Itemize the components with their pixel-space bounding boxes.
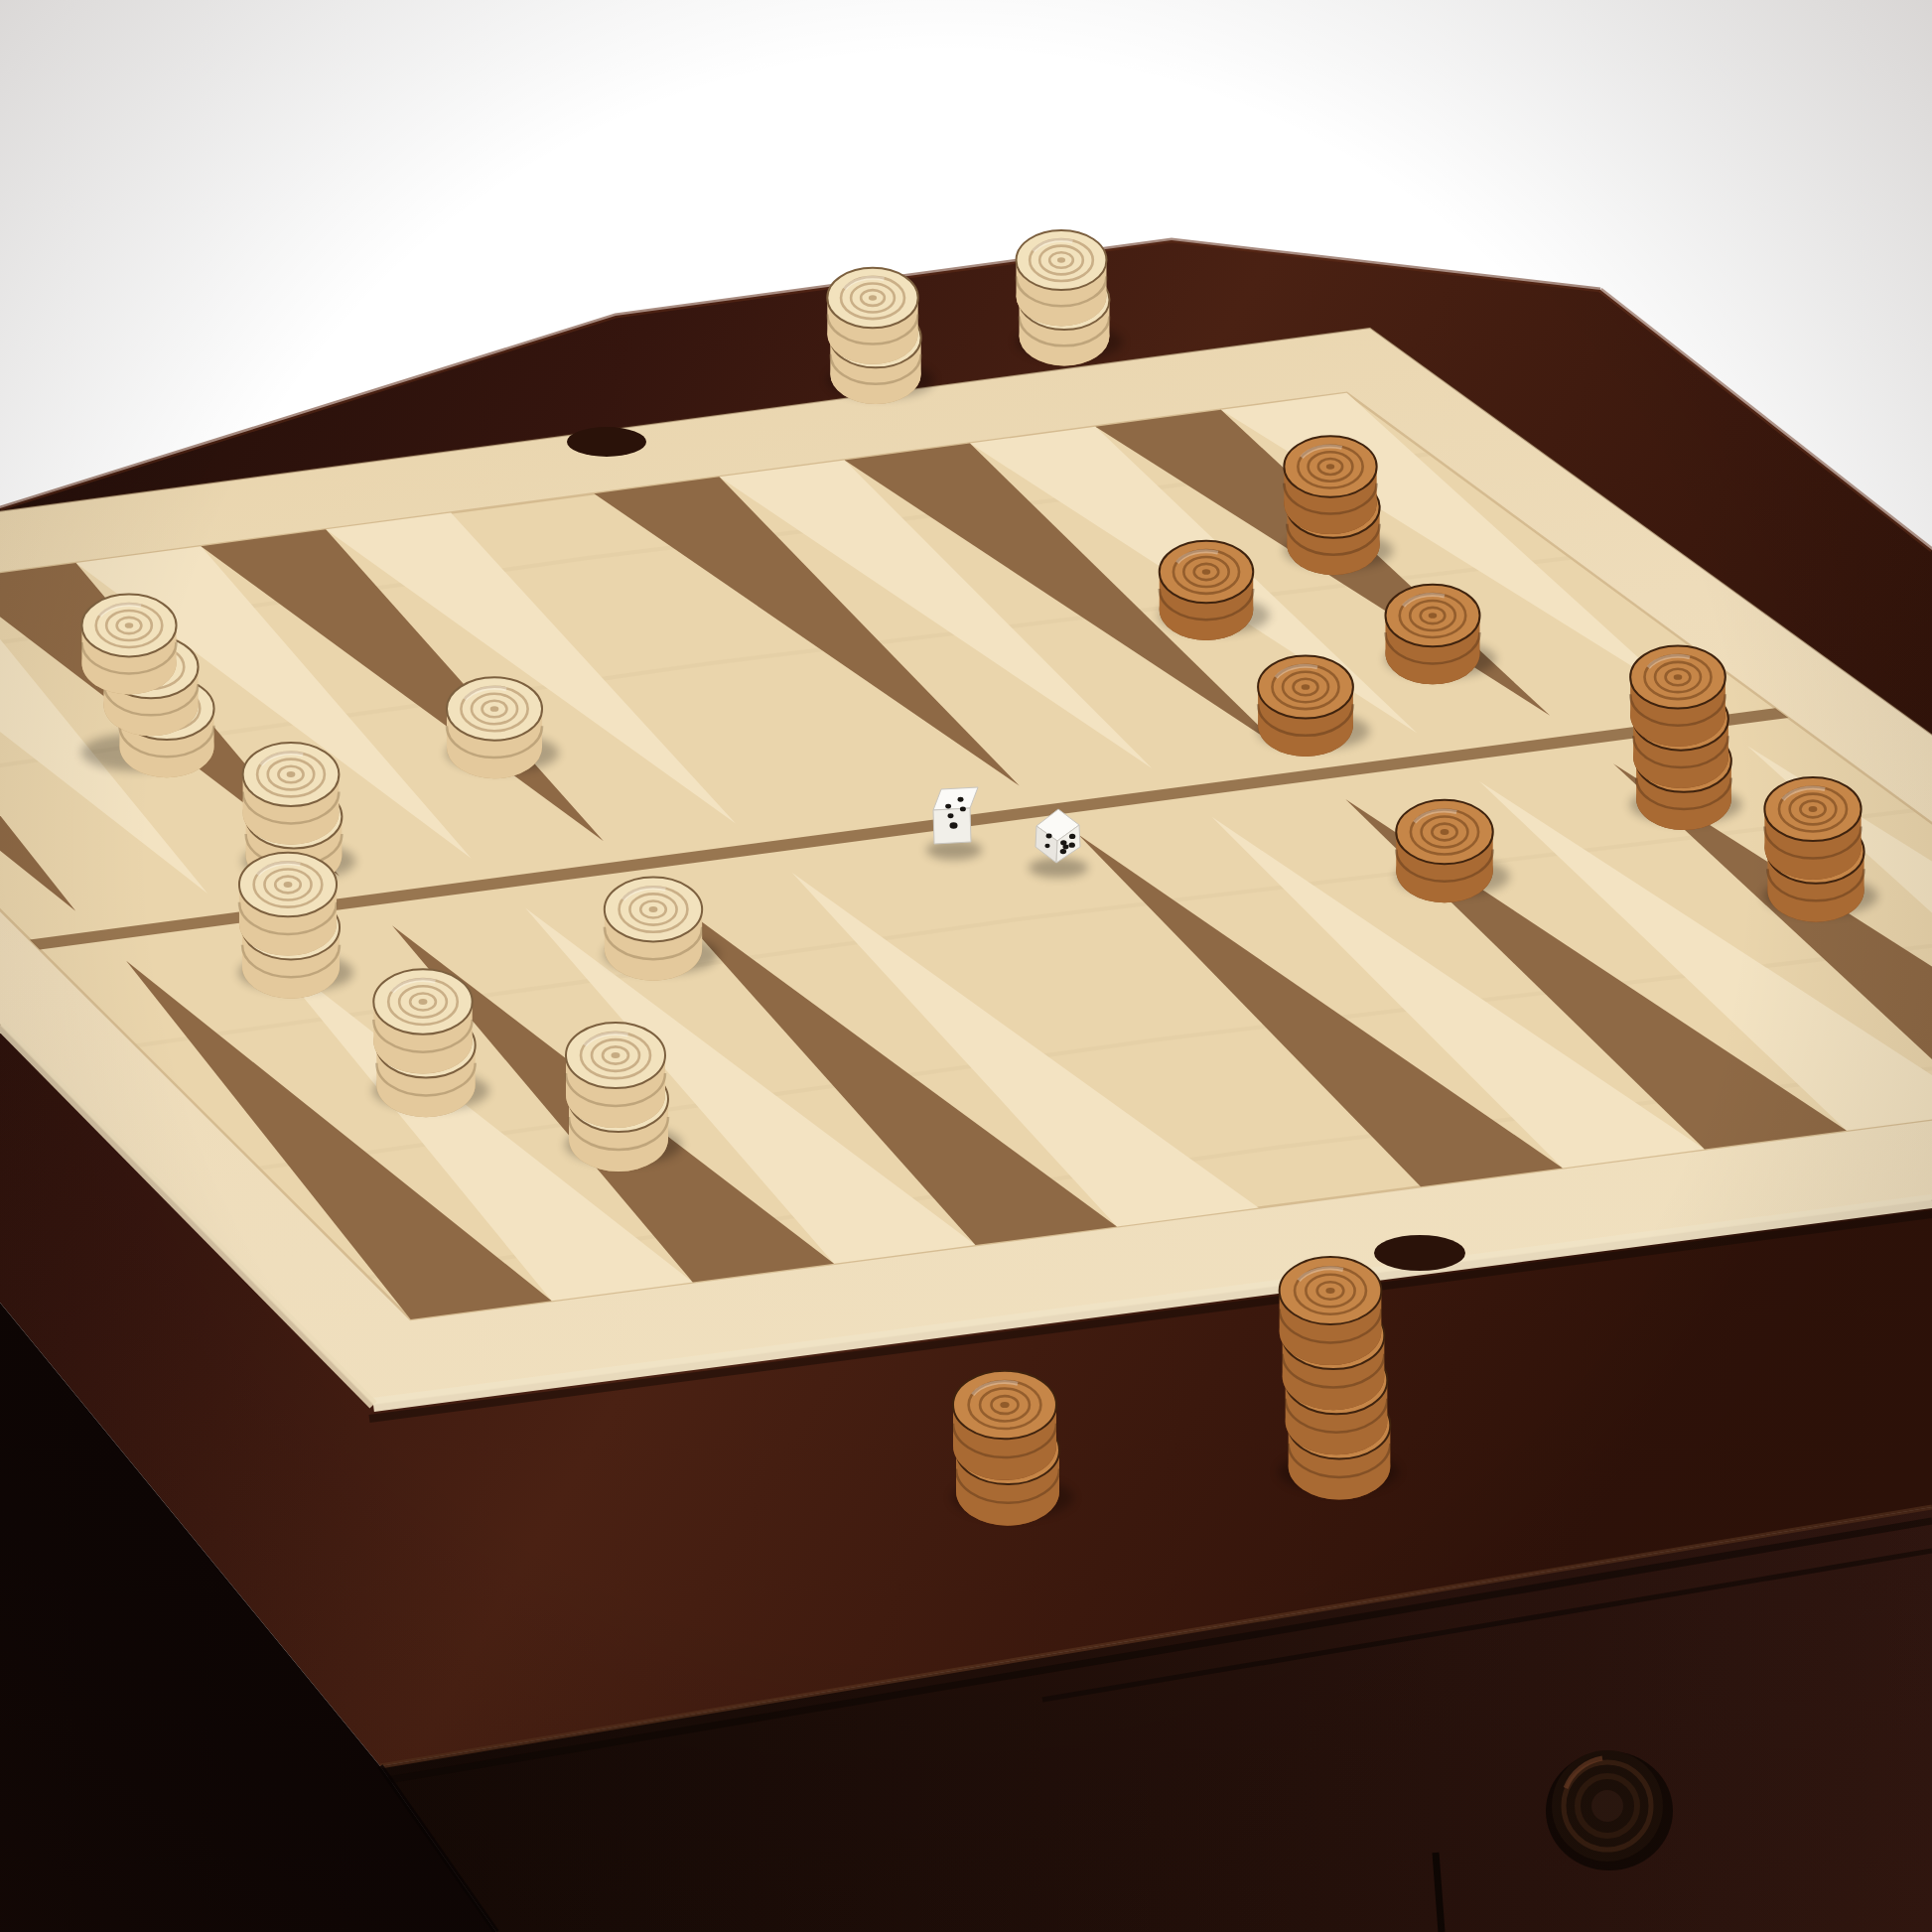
game-table-photo [0, 0, 1932, 1932]
checker-stack-B9[interactable] [1278, 1257, 1398, 1499]
backgammon-table-scene [0, 0, 1932, 1932]
checker-stack-B5[interactable] [1630, 645, 1742, 830]
